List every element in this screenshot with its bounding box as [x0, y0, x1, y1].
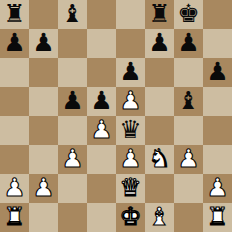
chess-board: ♜♝♜♚♟♟♟♟♟♟♟♟♟♝♟♛♟♟♞♟♟♟♛♟♜♚♝♜	[0, 0, 232, 232]
square-b2[interactable]: ♟	[29, 174, 58, 203]
square-f1[interactable]: ♝	[145, 203, 174, 232]
square-h7[interactable]	[203, 29, 232, 58]
square-h6[interactable]: ♟	[203, 58, 232, 87]
white-pawn[interactable]: ♟	[206, 173, 228, 202]
square-c7[interactable]	[58, 29, 87, 58]
square-d3[interactable]	[87, 145, 116, 174]
square-b7[interactable]: ♟	[29, 29, 58, 58]
square-b4[interactable]	[29, 116, 58, 145]
square-h2[interactable]: ♟	[203, 174, 232, 203]
square-d8[interactable]	[87, 0, 116, 29]
square-d2[interactable]	[87, 174, 116, 203]
square-e4[interactable]: ♛	[116, 116, 145, 145]
square-g3[interactable]: ♟	[174, 145, 203, 174]
white-queen[interactable]: ♛	[119, 173, 141, 202]
square-c2[interactable]	[58, 174, 87, 203]
square-f3[interactable]: ♞	[145, 145, 174, 174]
black-pawn[interactable]: ♟	[177, 28, 199, 57]
white-rook[interactable]: ♜	[206, 202, 228, 231]
black-pawn[interactable]: ♟	[32, 28, 54, 57]
square-d6[interactable]	[87, 58, 116, 87]
square-c5[interactable]: ♟	[58, 87, 87, 116]
square-e7[interactable]	[116, 29, 145, 58]
black-pawn[interactable]: ♟	[90, 86, 112, 115]
white-pawn[interactable]: ♟	[32, 173, 54, 202]
square-e6[interactable]: ♟	[116, 58, 145, 87]
square-g1[interactable]	[174, 203, 203, 232]
square-c3[interactable]: ♟	[58, 145, 87, 174]
black-queen[interactable]: ♛	[119, 115, 141, 144]
square-g6[interactable]	[174, 58, 203, 87]
black-bishop[interactable]: ♝	[61, 0, 83, 28]
square-d7[interactable]	[87, 29, 116, 58]
square-e8[interactable]	[116, 0, 145, 29]
square-a4[interactable]	[0, 116, 29, 145]
square-b5[interactable]	[29, 87, 58, 116]
black-pawn[interactable]: ♟	[119, 57, 141, 86]
square-f2[interactable]	[145, 174, 174, 203]
square-c6[interactable]	[58, 58, 87, 87]
square-g7[interactable]: ♟	[174, 29, 203, 58]
square-h1[interactable]: ♜	[203, 203, 232, 232]
square-f7[interactable]: ♟	[145, 29, 174, 58]
square-f8[interactable]: ♜	[145, 0, 174, 29]
square-a5[interactable]	[0, 87, 29, 116]
square-g2[interactable]	[174, 174, 203, 203]
black-bishop[interactable]: ♝	[177, 86, 199, 115]
black-king[interactable]: ♚	[177, 0, 199, 28]
black-rook[interactable]: ♜	[148, 0, 170, 28]
white-rook[interactable]: ♜	[3, 202, 25, 231]
square-a7[interactable]: ♟	[0, 29, 29, 58]
square-f5[interactable]	[145, 87, 174, 116]
white-pawn[interactable]: ♟	[177, 144, 199, 173]
square-c1[interactable]	[58, 203, 87, 232]
white-bishop[interactable]: ♝	[148, 202, 170, 231]
square-d5[interactable]: ♟	[87, 87, 116, 116]
square-h5[interactable]	[203, 87, 232, 116]
black-pawn[interactable]: ♟	[148, 28, 170, 57]
square-b3[interactable]	[29, 145, 58, 174]
white-knight[interactable]: ♞	[148, 144, 170, 173]
white-pawn[interactable]: ♟	[90, 115, 112, 144]
square-b1[interactable]	[29, 203, 58, 232]
square-g8[interactable]: ♚	[174, 0, 203, 29]
square-h3[interactable]	[203, 145, 232, 174]
square-f4[interactable]	[145, 116, 174, 145]
white-pawn[interactable]: ♟	[3, 173, 25, 202]
square-h8[interactable]	[203, 0, 232, 29]
square-g4[interactable]	[174, 116, 203, 145]
black-pawn[interactable]: ♟	[61, 86, 83, 115]
black-pawn[interactable]: ♟	[3, 28, 25, 57]
black-pawn[interactable]: ♟	[206, 57, 228, 86]
square-a6[interactable]	[0, 58, 29, 87]
square-c4[interactable]	[58, 116, 87, 145]
white-pawn[interactable]: ♟	[61, 144, 83, 173]
square-g5[interactable]: ♝	[174, 87, 203, 116]
square-d4[interactable]: ♟	[87, 116, 116, 145]
square-a3[interactable]	[0, 145, 29, 174]
square-b6[interactable]	[29, 58, 58, 87]
square-a1[interactable]: ♜	[0, 203, 29, 232]
square-f6[interactable]	[145, 58, 174, 87]
black-rook[interactable]: ♜	[3, 0, 25, 28]
square-e5[interactable]: ♟	[116, 87, 145, 116]
square-e1[interactable]: ♚	[116, 203, 145, 232]
square-h4[interactable]	[203, 116, 232, 145]
square-c8[interactable]: ♝	[58, 0, 87, 29]
square-e2[interactable]: ♛	[116, 174, 145, 203]
square-e3[interactable]: ♟	[116, 145, 145, 174]
square-a8[interactable]: ♜	[0, 0, 29, 29]
white-king[interactable]: ♚	[119, 202, 141, 231]
square-d1[interactable]	[87, 203, 116, 232]
square-b8[interactable]	[29, 0, 58, 29]
white-pawn[interactable]: ♟	[119, 86, 141, 115]
square-a2[interactable]: ♟	[0, 174, 29, 203]
white-pawn[interactable]: ♟	[119, 144, 141, 173]
